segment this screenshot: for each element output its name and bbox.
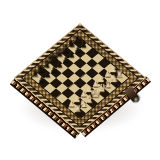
chess-set-photo: ♜♟♟♜♞♟♟♞♝♟♟♝♛♟♟♛♚♟♟♚♝♟♟♝♞♟♟♞♜♟♟♜ [0, 0, 160, 160]
chess-piece-white-r[interactable]: ♜ [73, 105, 81, 114]
chess-piece-black-p[interactable]: ♟ [38, 76, 45, 84]
